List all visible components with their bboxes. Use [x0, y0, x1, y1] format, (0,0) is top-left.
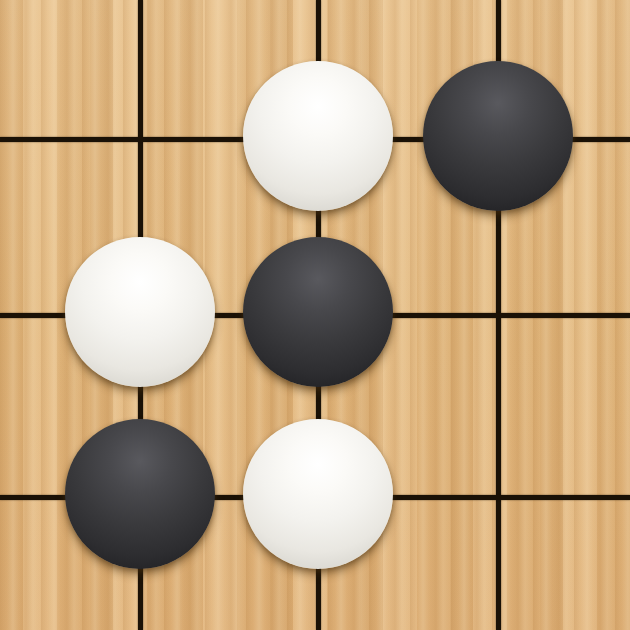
stone-white[interactable]: ○ [65, 237, 215, 387]
stone-white[interactable]: ○ [243, 61, 393, 211]
stone-white[interactable]: ○ [243, 419, 393, 569]
stone-black[interactable]: ● [65, 419, 215, 569]
stone-black[interactable]: ● [423, 61, 573, 211]
go-board[interactable]: ○●○●●○ [0, 0, 630, 630]
stone-black[interactable]: ● [243, 237, 393, 387]
